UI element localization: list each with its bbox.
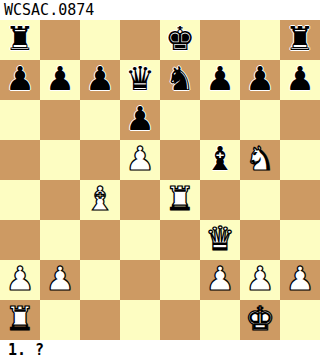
square-g2[interactable]: ♟ — [240, 260, 280, 300]
square-c3[interactable] — [80, 220, 120, 260]
square-d6[interactable]: ♟ — [120, 100, 160, 140]
black-pawn-b7: ♟ — [45, 59, 75, 99]
black-king-e8: ♚ — [165, 19, 195, 59]
square-a6[interactable] — [0, 100, 40, 140]
square-b3[interactable] — [40, 220, 80, 260]
square-a1[interactable]: ♜ — [0, 300, 40, 340]
square-c8[interactable] — [80, 20, 120, 60]
square-e8[interactable]: ♚ — [160, 20, 200, 60]
square-b2[interactable]: ♟ — [40, 260, 80, 300]
square-a3[interactable] — [0, 220, 40, 260]
square-h6[interactable] — [280, 100, 320, 140]
square-e1[interactable] — [160, 300, 200, 340]
square-h2[interactable]: ♟ — [280, 260, 320, 300]
square-c1[interactable] — [80, 300, 120, 340]
square-g8[interactable] — [240, 20, 280, 60]
square-c7[interactable]: ♟ — [80, 60, 120, 100]
square-g4[interactable] — [240, 180, 280, 220]
square-d1[interactable] — [120, 300, 160, 340]
square-e3[interactable] — [160, 220, 200, 260]
square-a2[interactable]: ♟ — [0, 260, 40, 300]
black-pawn-h7: ♟ — [285, 59, 315, 99]
header-bar: WCSAC.0874 — [0, 0, 320, 20]
square-f3[interactable]: ♛ — [200, 220, 240, 260]
chess-puzzle-app: WCSAC.0874 ♜♚♜♟♟♟♛♞♟♟♟♟♟♝♞♝♜♛♟♟♟♟♟♜♚ 1. … — [0, 0, 320, 360]
square-g3[interactable] — [240, 220, 280, 260]
square-g6[interactable] — [240, 100, 280, 140]
square-c2[interactable] — [80, 260, 120, 300]
square-h8[interactable]: ♜ — [280, 20, 320, 60]
square-d4[interactable] — [120, 180, 160, 220]
square-f6[interactable] — [200, 100, 240, 140]
square-b7[interactable]: ♟ — [40, 60, 80, 100]
square-g1[interactable]: ♚ — [240, 300, 280, 340]
black-rook-a8: ♜ — [5, 19, 35, 59]
white-king-g1: ♚ — [245, 299, 275, 339]
square-f5[interactable]: ♝ — [200, 140, 240, 180]
white-pawn-g2: ♟ — [245, 259, 275, 299]
white-knight-g5: ♞ — [245, 139, 275, 179]
square-a4[interactable] — [0, 180, 40, 220]
square-a5[interactable] — [0, 140, 40, 180]
square-d3[interactable] — [120, 220, 160, 260]
square-b8[interactable] — [40, 20, 80, 60]
white-rook-a1: ♜ — [5, 299, 35, 339]
move-prompt: 1. ? — [0, 340, 44, 360]
square-f2[interactable]: ♟ — [200, 260, 240, 300]
black-knight-e7: ♞ — [165, 59, 195, 99]
square-d2[interactable] — [120, 260, 160, 300]
square-a8[interactable]: ♜ — [0, 20, 40, 60]
square-d7[interactable]: ♛ — [120, 60, 160, 100]
white-bishop-c4: ♝ — [85, 179, 115, 219]
footer-bar: 1. ? — [0, 340, 320, 360]
square-f7[interactable]: ♟ — [200, 60, 240, 100]
black-queen-d7: ♛ — [125, 59, 155, 99]
white-pawn-b2: ♟ — [45, 259, 75, 299]
black-pawn-a7: ♟ — [5, 59, 35, 99]
black-pawn-c7: ♟ — [85, 59, 115, 99]
square-h7[interactable]: ♟ — [280, 60, 320, 100]
square-e4[interactable]: ♜ — [160, 180, 200, 220]
white-queen-f3: ♛ — [205, 219, 235, 259]
square-b6[interactable] — [40, 100, 80, 140]
black-rook-h8: ♜ — [285, 19, 315, 59]
black-pawn-d6: ♟ — [125, 99, 155, 139]
square-e5[interactable] — [160, 140, 200, 180]
black-pawn-f7: ♟ — [205, 59, 235, 99]
square-c4[interactable]: ♝ — [80, 180, 120, 220]
white-pawn-d5: ♟ — [125, 139, 155, 179]
square-h4[interactable] — [280, 180, 320, 220]
square-f8[interactable] — [200, 20, 240, 60]
white-pawn-a2: ♟ — [5, 259, 35, 299]
square-h3[interactable] — [280, 220, 320, 260]
square-h5[interactable] — [280, 140, 320, 180]
square-c6[interactable] — [80, 100, 120, 140]
square-b4[interactable] — [40, 180, 80, 220]
white-rook-e4: ♜ — [165, 179, 195, 219]
black-bishop-f5: ♝ — [205, 139, 235, 179]
square-f4[interactable] — [200, 180, 240, 220]
square-b5[interactable] — [40, 140, 80, 180]
square-a7[interactable]: ♟ — [0, 60, 40, 100]
white-pawn-h2: ♟ — [285, 259, 315, 299]
black-pawn-g7: ♟ — [245, 59, 275, 99]
square-d8[interactable] — [120, 20, 160, 60]
chess-board: ♜♚♜♟♟♟♛♞♟♟♟♟♟♝♞♝♜♛♟♟♟♟♟♜♚ — [0, 20, 320, 340]
square-g5[interactable]: ♞ — [240, 140, 280, 180]
square-e7[interactable]: ♞ — [160, 60, 200, 100]
square-b1[interactable] — [40, 300, 80, 340]
puzzle-id: WCSAC.0874 — [0, 0, 94, 20]
square-c5[interactable] — [80, 140, 120, 180]
square-h1[interactable] — [280, 300, 320, 340]
square-e2[interactable] — [160, 260, 200, 300]
square-e6[interactable] — [160, 100, 200, 140]
square-d5[interactable]: ♟ — [120, 140, 160, 180]
white-pawn-f2: ♟ — [205, 259, 235, 299]
square-g7[interactable]: ♟ — [240, 60, 280, 100]
square-f1[interactable] — [200, 300, 240, 340]
